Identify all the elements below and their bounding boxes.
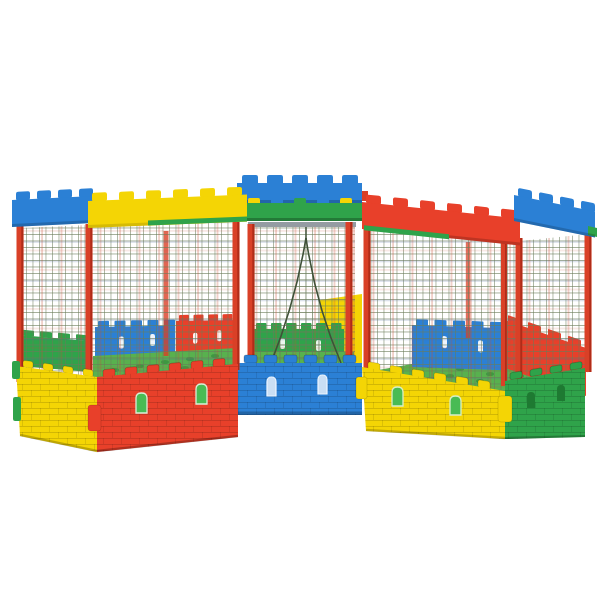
base-wall-blue <box>238 355 362 415</box>
right-castle-unit <box>356 187 597 439</box>
corner-pole <box>17 226 24 382</box>
corner-pole <box>346 222 353 366</box>
corner-pole <box>501 240 507 386</box>
corner-pole <box>248 224 255 366</box>
net-panel-left-front <box>88 221 236 379</box>
connector-tab-red <box>88 405 101 431</box>
product-photo <box>0 0 600 600</box>
arched-window <box>267 377 276 396</box>
corner-pole <box>585 231 592 372</box>
corner-tab-green <box>12 361 20 379</box>
arched-window <box>392 387 403 406</box>
base-left <box>12 358 238 452</box>
connector-tab-yellow <box>498 396 512 422</box>
battlement-beam-green <box>240 198 364 221</box>
castle-playpen-illustration <box>0 0 600 600</box>
arched-window <box>450 396 461 415</box>
arched-window <box>527 392 535 408</box>
page <box>0 0 600 600</box>
corner-tab-green <box>13 397 21 421</box>
connector-tab-yellow <box>356 377 367 399</box>
net-top-rail <box>248 222 356 227</box>
corner-pole <box>233 222 240 370</box>
arched-window <box>196 384 207 404</box>
arched-window <box>557 385 565 401</box>
arched-window <box>318 375 327 394</box>
net-panel-left-side <box>20 225 88 379</box>
corner-pole <box>364 226 371 372</box>
corner-pole <box>86 224 93 380</box>
center-castle-unit <box>231 175 368 415</box>
arched-window <box>136 393 147 413</box>
